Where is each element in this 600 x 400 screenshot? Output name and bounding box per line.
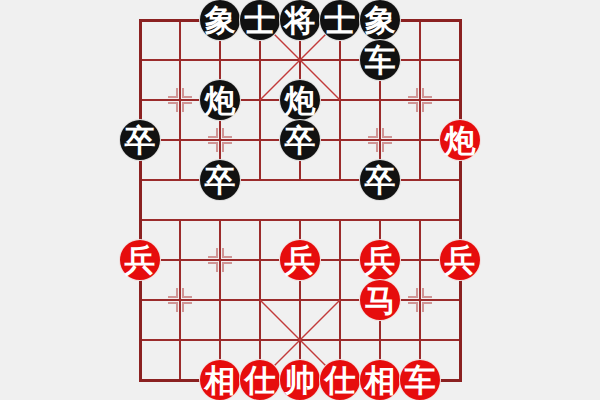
- piece-black-elephant[interactable]: 象: [359, 0, 401, 41]
- piece-red-advisor[interactable]: 仕: [319, 359, 361, 400]
- piece-black-advisor[interactable]: 士: [319, 0, 361, 41]
- piece-red-elephant[interactable]: 相: [199, 359, 241, 400]
- xiangqi-board: 象士将士象车炮炮卒卒卒卒炮兵兵兵兵马相仕帅仕相车: [0, 0, 600, 400]
- piece-black-advisor[interactable]: 士: [239, 0, 281, 41]
- piece-black-chariot[interactable]: 车: [359, 39, 401, 81]
- piece-red-elephant[interactable]: 相: [359, 359, 401, 400]
- piece-red-pawn[interactable]: 兵: [439, 239, 481, 281]
- piece-red-chariot[interactable]: 车: [399, 359, 441, 400]
- piece-black-pawn[interactable]: 卒: [119, 119, 161, 161]
- piece-red-pawn[interactable]: 兵: [119, 239, 161, 281]
- piece-red-pawn[interactable]: 兵: [359, 239, 401, 281]
- piece-red-cannon[interactable]: 炮: [439, 119, 481, 161]
- piece-red-pawn[interactable]: 兵: [279, 239, 321, 281]
- piece-red-general[interactable]: 帅: [279, 359, 321, 400]
- pieces-layer: 象士将士象车炮炮卒卒卒卒炮兵兵兵兵马相仕帅仕相车: [0, 0, 600, 400]
- xiangqi-app: 象士将士象车炮炮卒卒卒卒炮兵兵兵兵马相仕帅仕相车: [0, 0, 600, 400]
- piece-black-general[interactable]: 将: [279, 0, 321, 41]
- piece-black-cannon[interactable]: 炮: [279, 79, 321, 121]
- piece-black-cannon[interactable]: 炮: [199, 79, 241, 121]
- piece-black-pawn[interactable]: 卒: [199, 159, 241, 201]
- piece-black-pawn[interactable]: 卒: [359, 159, 401, 201]
- piece-black-pawn[interactable]: 卒: [279, 119, 321, 161]
- piece-black-elephant[interactable]: 象: [199, 0, 241, 41]
- piece-red-horse[interactable]: 马: [359, 279, 401, 321]
- piece-red-advisor[interactable]: 仕: [239, 359, 281, 400]
